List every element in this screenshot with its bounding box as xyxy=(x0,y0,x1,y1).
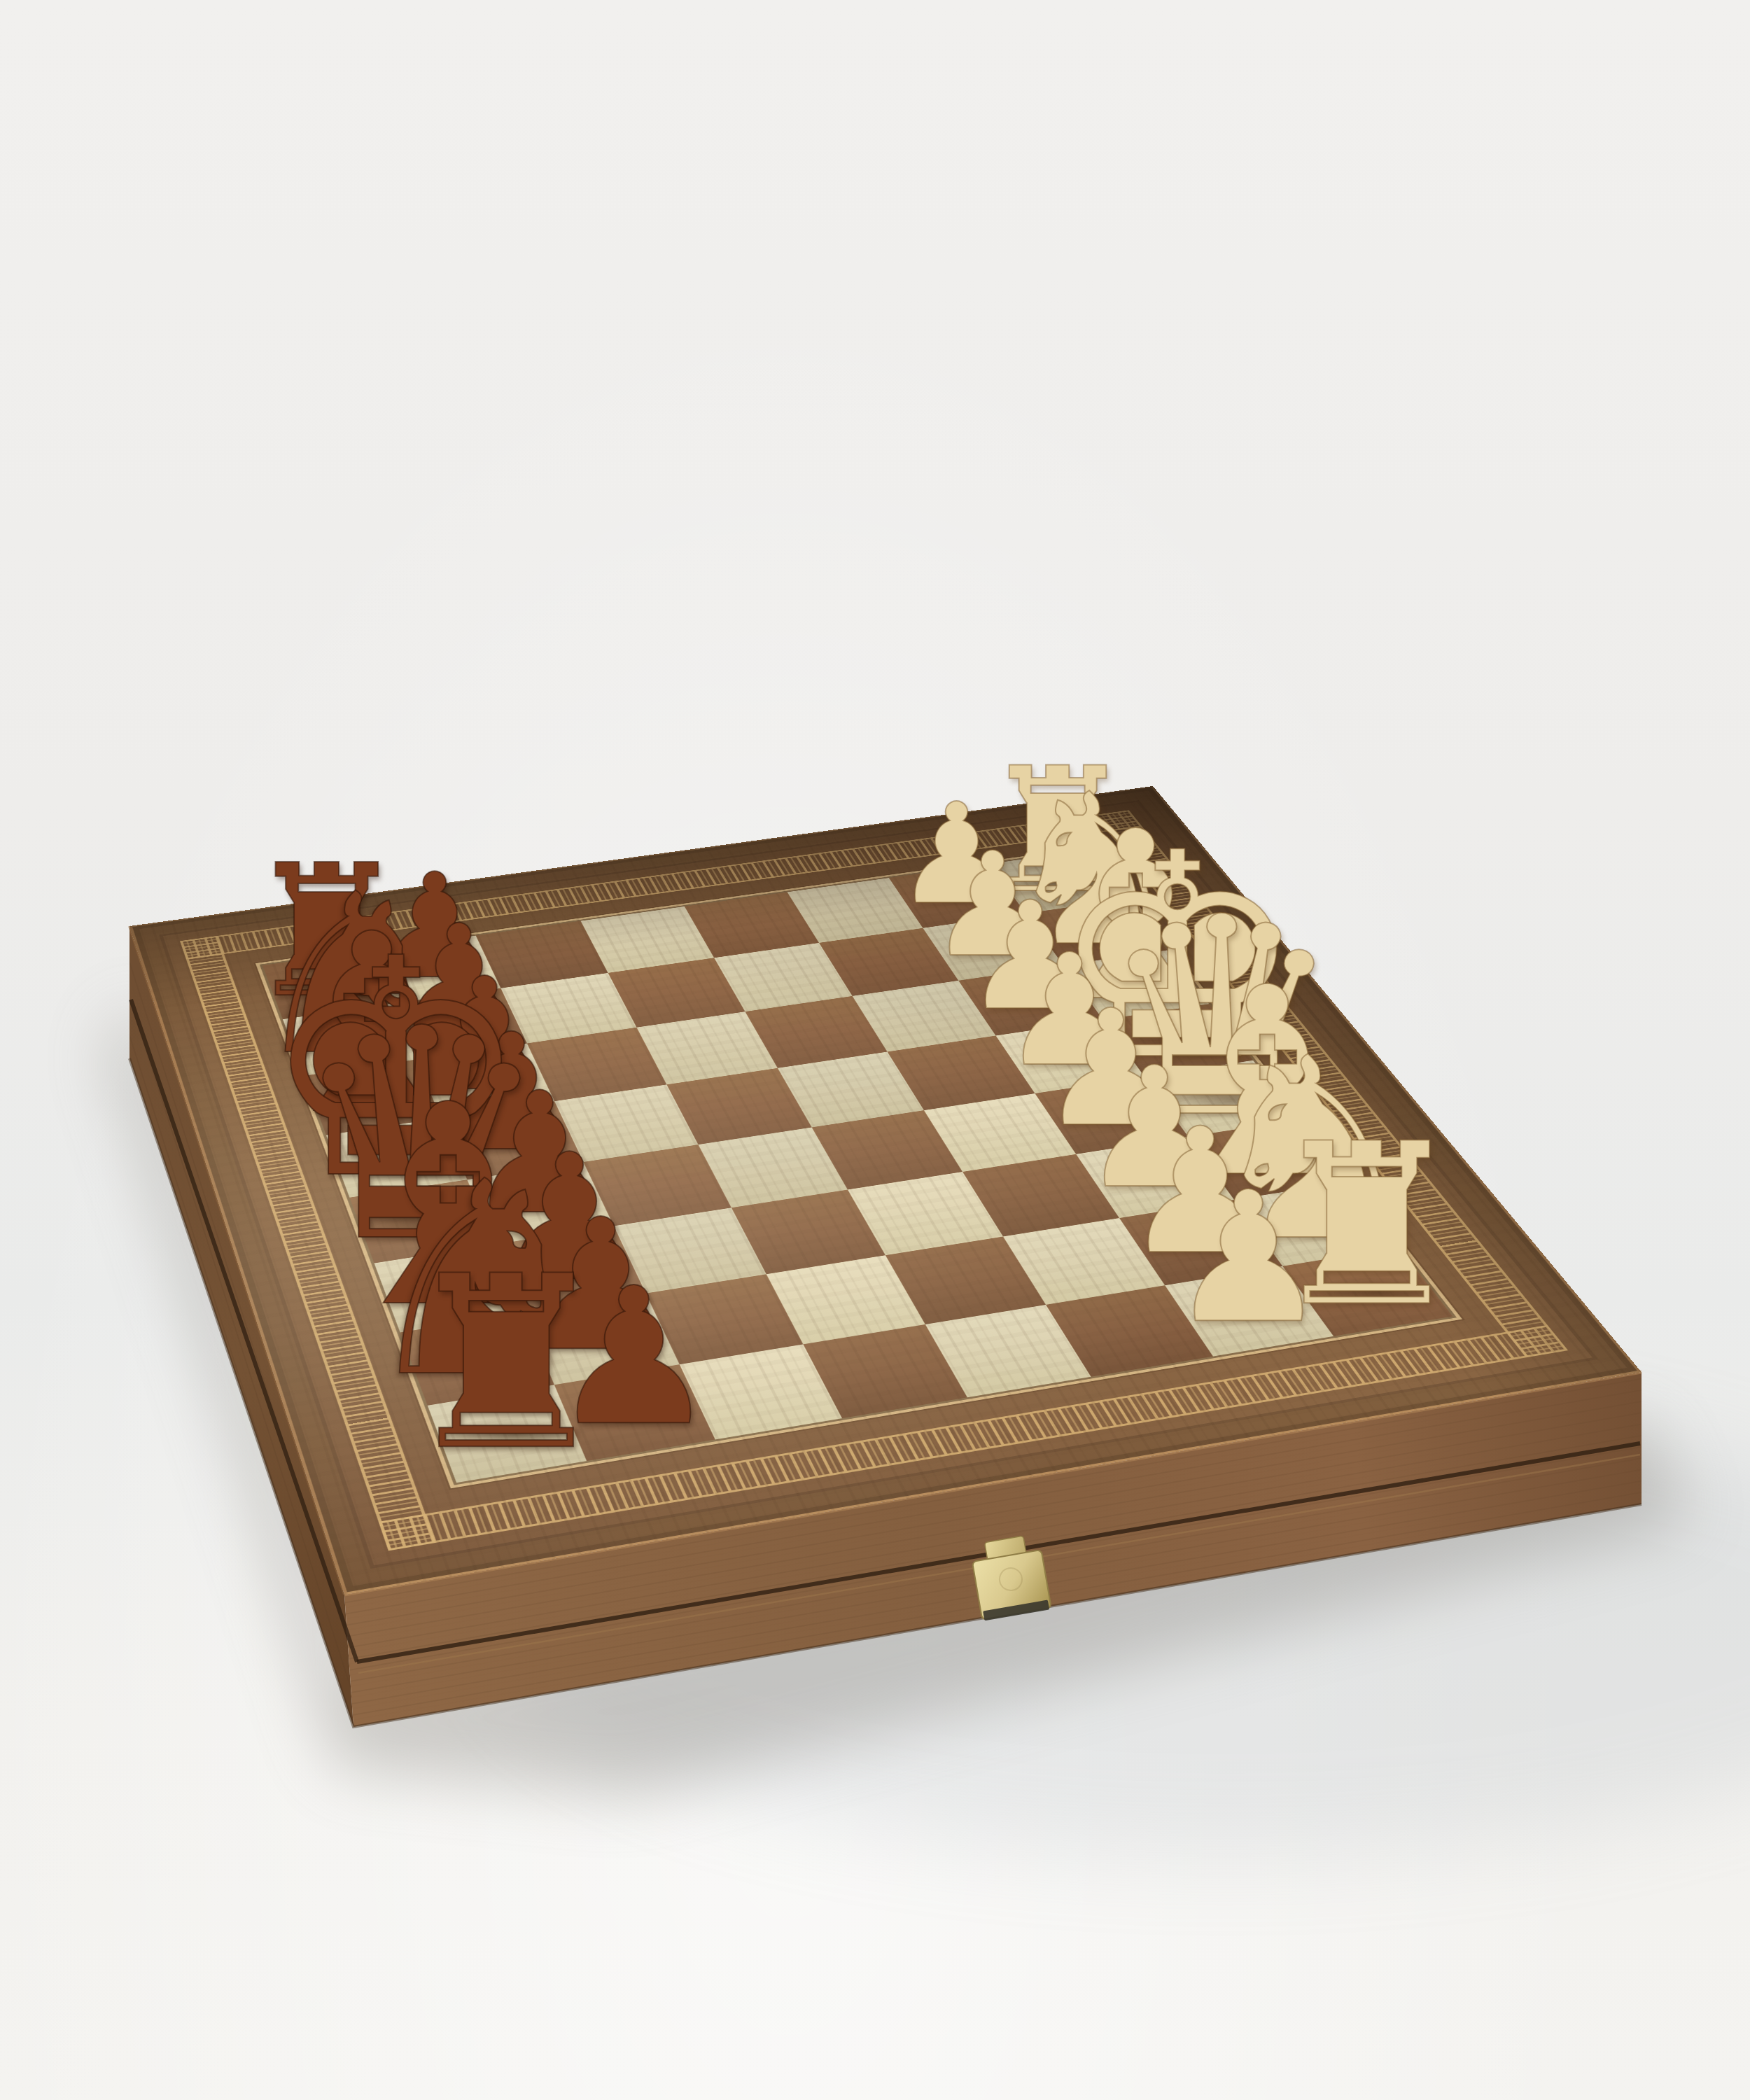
piece-shadow-e2 xyxy=(1028,1046,1123,1067)
product-photo-scene: ♜︎♞︎♝︎♛︎♚︎♝︎♞︎♜︎♟︎♟︎♟︎♟︎♟︎♟︎♟︎♟︎♟︎♟︎♟︎♟︎… xyxy=(0,0,1750,2100)
piece-shadow-g8 xyxy=(289,1025,426,1056)
piece-shadow-e1 xyxy=(1101,1021,1277,1061)
piece-shadow-e8 xyxy=(315,1137,502,1179)
piece-shadow-h8 xyxy=(278,972,391,997)
piece-shadow-f2 xyxy=(990,990,1082,1011)
piece-shadow-a1 xyxy=(1306,1277,1445,1308)
piece-white-pawn-b2: ♟︎ xyxy=(1114,1105,1287,1278)
piece-black-knight-g8: ♞︎ xyxy=(238,864,459,1086)
piece-white-bishop-f1: ♝︎ xyxy=(1019,801,1252,1034)
piece-black-knight-b8: ♞︎ xyxy=(342,1147,610,1414)
piece-shadow-b2 xyxy=(1154,1231,1261,1255)
piece-black-bishop-c8: ♝︎ xyxy=(309,1069,587,1346)
piece-black-pawn-h7: ♟︎ xyxy=(363,855,507,1000)
piece-shadow-g1 xyxy=(1039,918,1169,948)
piece-shadow-b8 xyxy=(404,1341,570,1379)
piece-black-pawn-a7: ♟︎ xyxy=(540,1263,729,1452)
piece-white-queen-d1: ♛︎ xyxy=(1084,881,1359,1156)
piece-shadow-h1 xyxy=(1011,870,1119,894)
piece-shadow-h2 xyxy=(919,886,1005,906)
piece-white-knight-g1: ♞︎ xyxy=(991,766,1200,975)
piece-black-pawn-e7: ♟︎ xyxy=(430,1012,591,1173)
piece-shadow-c1 xyxy=(1197,1142,1358,1179)
pieces-layer: ♜︎♞︎♝︎♛︎♚︎♝︎♞︎♜︎♟︎♟︎♟︎♟︎♟︎♟︎♟︎♟︎♟︎♟︎♟︎♟︎… xyxy=(0,0,1750,2100)
piece-shadow-h7 xyxy=(395,960,485,980)
piece-white-king-e1: ♚︎ xyxy=(1036,816,1319,1100)
piece-white-pawn-d2: ♟︎ xyxy=(1030,988,1191,1149)
piece-white-knight-b1: ♞︎ xyxy=(1190,1025,1441,1275)
piece-shadow-b1 xyxy=(1248,1207,1403,1242)
piece-black-king-e8: ♚︎ xyxy=(246,920,547,1221)
piece-black-pawn-f7: ♟︎ xyxy=(407,958,562,1113)
piece-black-queen-d8: ♛︎ xyxy=(276,990,567,1282)
piece-shadow-a2 xyxy=(1200,1298,1312,1324)
piece-black-rook-h8: ♜︎ xyxy=(236,841,418,1023)
piece-black-bishop-f8: ♝︎ xyxy=(248,902,496,1149)
piece-shadow-c7 xyxy=(522,1257,630,1282)
piece-white-rook-h1: ♜︎ xyxy=(972,745,1144,917)
piece-shadow-f8 xyxy=(305,1081,458,1115)
piece-shadow-d1 xyxy=(1147,1080,1317,1119)
piece-white-pawn-h2: ♟︎ xyxy=(887,785,1026,925)
piece-shadow-c8 xyxy=(373,1270,545,1308)
piece-shadow-g2 xyxy=(953,937,1042,958)
piece-white-pawn-c2: ♟︎ xyxy=(1071,1045,1238,1212)
piece-shadow-b7 xyxy=(552,1326,664,1352)
piece-shadow-d8 xyxy=(342,1202,523,1242)
piece-black-pawn-c7: ♟︎ xyxy=(482,1131,657,1305)
piece-white-pawn-f2: ♟︎ xyxy=(955,882,1105,1031)
piece-shadow-c2 xyxy=(1109,1166,1212,1189)
piece-white-pawn-a2: ♟︎ xyxy=(1158,1168,1338,1348)
piece-white-bishop-c1: ♝︎ xyxy=(1137,953,1397,1213)
piece-shadow-f1 xyxy=(1073,969,1217,1002)
piece-shadow-g7 xyxy=(419,1014,512,1035)
piece-white-pawn-g2: ♟︎ xyxy=(920,833,1064,977)
piece-shadow-a8 xyxy=(442,1417,589,1451)
piece-black-pawn-g7: ♟︎ xyxy=(384,905,534,1055)
piece-shadow-d7 xyxy=(494,1191,598,1215)
piece-black-pawn-b7: ♟︎ xyxy=(510,1195,692,1376)
piece-shadow-f7 xyxy=(442,1070,539,1092)
piece-shadow-a7 xyxy=(583,1399,700,1426)
piece-shadow-e7 xyxy=(468,1129,568,1151)
piece-black-rook-a8: ♜︎ xyxy=(387,1245,626,1483)
piece-white-rook-a1: ♜︎ xyxy=(1255,1114,1478,1338)
piece-shadow-d2 xyxy=(1067,1105,1167,1127)
piece-white-pawn-e2: ♟︎ xyxy=(993,934,1147,1088)
piece-black-pawn-d7: ♟︎ xyxy=(456,1070,623,1238)
